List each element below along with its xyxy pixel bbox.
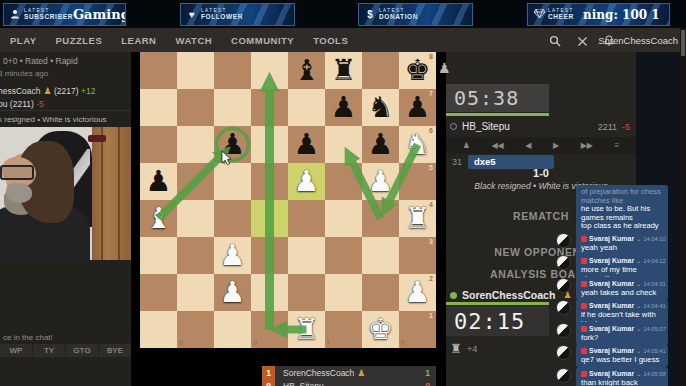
square-f4[interactable] [325,200,362,237]
player-row: SorenChessCoach ♟ [450,289,571,301]
nav-item-community[interactable]: COMMUNITY [231,35,294,46]
square-c3[interactable]: ♟ [214,237,251,274]
square-b3[interactable] [177,237,214,274]
chat-prompt-text: ce in the chat! [3,333,53,342]
nav-menu: PLAYPUZZLESLEARNWATCHCOMMUNITYTOOLS [10,28,348,52]
chat-text: than knight back [581,378,663,386]
square-b8[interactable] [177,52,214,89]
webcam-cabinet [92,127,131,260]
file-label-d: d [253,339,257,346]
square-a3[interactable] [140,237,177,274]
chat-message: Svaraj Kumar⌄14:05:07fork? [576,322,668,345]
file-label-a: a [142,339,146,346]
black-rook-captured-icon: ♜ [450,341,462,356]
last-move-icon[interactable]: ▶▶ [581,141,593,150]
game-meta: 0+0 • Rated • Rapid [3,56,78,66]
square-g6[interactable]: ♟ [362,126,399,163]
chat-avatar[interactable] [556,368,571,383]
latest-donation-label: LATEST DONATION [379,9,418,20]
score-value: 0 [425,381,430,386]
rank-label-2: 2 [429,275,433,282]
chat-timestamp: 14:05:41 [643,348,666,354]
file-label-c: c [216,339,220,346]
square-g7[interactable]: ♞ [362,89,399,126]
offline-dot-icon [450,123,457,130]
white-bishop-a4[interactable]: ♝ [140,200,177,237]
stream-banner: LATEST SUBSCRIBER Gaming ♥ LATEST FOLLOW… [0,0,686,28]
square-b7[interactable] [177,89,214,126]
player-name-underline [446,302,549,305]
match-score-bar: 1SorenChessCoach♟10HB_Sitepu0 [262,366,436,386]
black-pawn-g6[interactable]: ♟ [362,126,399,163]
opponent-row: HB_Sitepu 2211 -5 [450,121,632,132]
square-d5[interactable] [251,163,288,200]
chat-text: fork? [581,333,663,342]
white-pawn-e5[interactable]: ♟ [288,163,325,200]
square-f6[interactable] [325,126,362,163]
chat-avatar[interactable] [556,278,571,293]
chevron-down-icon[interactable]: ⌄ [636,235,641,242]
latest-subscriber-label: LATEST SUBSCRIBER [24,9,73,20]
board-grid[interactable]: ♝♜♚♟♞♟♟♟♟♞♟♟♟♝♜♟♟♟♜♚ [140,52,436,348]
chat-username[interactable]: Svaraj Kumar [589,370,634,377]
rank-label-4: 4 [429,201,433,208]
first-move-icon[interactable]: ◀◀ [491,141,503,150]
mod-badge-icon [581,326,587,332]
square-g2[interactable] [362,274,399,311]
black-rook-f8[interactable]: ♜ [325,52,362,89]
chat-username[interactable]: Svaraj Kumar [589,257,634,264]
square-g3[interactable] [362,237,399,274]
square-f7[interactable]: ♟ [325,89,362,126]
latest-donation-panel: $ LATEST DONATION [358,3,473,26]
rank-label-3: 3 [429,238,433,245]
stream-screen: LATEST SUBSCRIBER Gaming ♥ LATEST FOLLOW… [0,0,686,386]
chat-avatar[interactable] [556,233,571,248]
search-icon[interactable] [549,33,563,47]
scrollbar-thumb[interactable] [681,30,685,56]
file-label-e: e [290,339,294,346]
score-player-name: HB_Sitepu [283,381,425,386]
square-g4[interactable] [362,200,399,237]
title-pawn-icon: ♟ [44,86,52,96]
chat-username[interactable]: Svaraj Kumar [589,302,634,309]
webcam-feed [0,127,131,260]
nav-item-puzzles[interactable]: PUZZLES [55,35,102,46]
square-d8[interactable] [251,52,288,89]
square-c2[interactable]: ♟ [214,274,251,311]
file-label-g: g [364,339,368,346]
title-pawn-icon: ♟ [357,368,365,378]
mod-badge-icon [581,303,587,309]
square-e5[interactable]: ♟ [288,163,325,200]
nav-username[interactable]: SorenChessCoach [598,35,678,46]
black-pawn-f7[interactable]: ♟ [325,89,362,126]
chat-text: yeah takes and check [581,288,663,297]
opponent-clock: 05:38 [446,84,549,112]
opponent-clock-bar [446,113,549,116]
divider [0,110,131,111]
heart-icon: ♥ [185,9,199,20]
quick-chat-buttons: WPTYGTGBYE [0,344,131,357]
next-move-icon[interactable]: ▶ [553,141,559,150]
mod-badge-icon [581,281,587,287]
square-e8[interactable]: ♝ [288,52,325,89]
square-f5[interactable] [325,163,362,200]
square-e4[interactable] [288,200,325,237]
square-f3[interactable] [325,237,362,274]
score-player-name: SorenChessCoach♟ [283,368,425,378]
gem-icon [532,9,546,20]
file-label-b: b [179,339,183,346]
score-badge: 0 [262,379,275,386]
close-icon[interactable] [577,33,591,47]
square-e3[interactable] [288,237,325,274]
game-time-ago: 3 minutes ago [0,69,48,78]
mod-badge-icon [581,371,587,377]
black-bishop-e8[interactable]: ♝ [288,52,325,89]
chat-message: Svaraj Kumar⌄14:04:10yeah yeah [576,232,668,255]
chevron-down-icon[interactable]: ⌄ [636,302,641,309]
latest-cheer-panel: LATEST CHEER ning: 100 1 [527,3,670,26]
latest-subscriber-value: Gaming [73,7,126,22]
white-pawn-g5[interactable]: ♟ [362,163,399,200]
square-e6[interactable]: ♟ [288,126,325,163]
chevron-down-icon[interactable]: ⌄ [636,370,641,377]
score-row: 1SorenChessCoach♟1 [262,366,436,379]
player-clock: 02:15 [446,306,549,336]
square-f2[interactable] [325,274,362,311]
scrollbar-track[interactable] [680,28,686,386]
rank-label-8: 8 [429,53,433,60]
black-knight-g7[interactable]: ♞ [362,89,399,126]
square-d6[interactable] [251,126,288,163]
move-controls: ♟◀◀◀▶▶▶≡ [446,137,636,154]
nav-item-watch[interactable]: WATCH [175,35,212,46]
chat-username[interactable]: Svaraj Kumar [589,280,634,287]
black-pawn-e6[interactable]: ♟ [288,126,325,163]
white-pawn-captured-icon: ♟ [438,60,451,76]
white-pawn-c2[interactable]: ♟ [214,274,251,311]
opponent-name[interactable]: HB_Sitepu [462,121,510,132]
chevron-down-icon[interactable]: ⌄ [636,325,641,332]
nav-item-learn[interactable]: LEARN [121,35,156,46]
score-row: 0HB_Sitepu0 [262,379,436,386]
quick-chat-ty[interactable]: TY [33,344,65,357]
square-a7[interactable] [140,89,177,126]
square-b5[interactable] [177,163,214,200]
chess-board[interactable]: ♝♜♚♟♞♟♟♟♟♞♟♟♟♝♜♟♟♟♜♚ abcdefgh87654321 [140,52,436,348]
chevron-down-icon[interactable]: ⌄ [636,347,641,354]
square-a8[interactable] [140,52,177,89]
square-b6[interactable] [177,126,214,163]
flip-board-icon[interactable]: ♟ [463,141,470,150]
rank-label-5: 5 [429,164,433,171]
chat-timestamp: 14:05:07 [643,326,666,332]
black-pawn-c6[interactable]: ♟ [214,126,251,163]
quick-chat-bye[interactable]: BYE [99,344,131,357]
square-f8[interactable]: ♜ [325,52,362,89]
square-a4[interactable]: ♝ [140,200,177,237]
square-a5[interactable]: ♟ [140,163,177,200]
square-b4[interactable] [177,200,214,237]
rank-label-6: 6 [429,127,433,134]
chat-timestamp: 14:04:41 [643,303,666,309]
chevron-down-icon[interactable]: ⌄ [636,280,641,287]
square-c7[interactable] [214,89,251,126]
score-value: 1 [425,368,430,378]
menu-icon[interactable]: ≡ [615,141,620,150]
mod-badge-icon [581,258,587,264]
rank-label-1: 1 [429,312,433,319]
chat-username[interactable]: Svaraj Kumar [589,347,634,354]
square-c8[interactable] [214,52,251,89]
black-pawn-a5[interactable]: ♟ [140,163,177,200]
square-g5[interactable]: ♟ [362,163,399,200]
file-label-h: h [401,339,405,346]
latest-cheer-label: LATEST CHEER [548,9,574,20]
result-line: k resigned • White is victorious [0,115,107,124]
prev-move-icon[interactable]: ◀ [525,141,531,150]
latest-follower-panel: ♥ LATEST FOLLOWER [180,3,295,26]
chat-username[interactable]: Svaraj Kumar [589,235,634,242]
rank-label-7: 7 [429,90,433,97]
chevron-down-icon[interactable]: ⌄ [636,257,641,264]
square-f1[interactable] [325,311,362,348]
quick-chat-wp[interactable]: WP [0,344,32,357]
opponent-rating-delta: -5 [622,122,630,132]
white-pawn-c3[interactable]: ♟ [214,237,251,274]
latest-cheer-value: ning: 100 1 [574,8,669,22]
material-advantage: +4 [467,344,477,354]
mod-badge-icon [581,348,587,354]
square-g8[interactable] [362,52,399,89]
latest-subscriber-panel: LATEST SUBSCRIBER Gaming [3,3,126,26]
black-player-line: pu (2211) -5 [0,99,44,109]
chat-avatar[interactable] [556,345,571,360]
chat-timestamp: 14:04:12 [643,258,666,264]
player-name[interactable]: SorenChessCoach [462,289,555,301]
square-a6[interactable] [140,126,177,163]
opponent-rating: 2211 [598,122,617,132]
square-c6[interactable]: ♟ [214,126,251,163]
chat-avatar[interactable] [556,323,571,338]
latest-follower-label: LATEST FOLLOWER [201,9,243,20]
chat-username[interactable]: Svaraj Kumar [589,325,634,332]
square-c4[interactable] [214,200,251,237]
white-player-line: hessCoach♟ (2217) +12 [0,86,95,96]
chat-timestamp: 14:04:10 [643,236,666,242]
online-dot-icon [450,292,457,299]
square-b2[interactable] [177,274,214,311]
chat-text: qe7 was better I guess [581,355,663,364]
chat-avatar[interactable] [556,300,571,315]
file-label-f: f [327,339,329,346]
dollar-icon: $ [363,9,377,20]
nav-item-tools[interactable]: TOOLS [313,35,348,46]
chat-avatar[interactable] [556,255,571,270]
move-number: 31 [452,157,462,167]
chat-message: Svaraj Kumar⌄14:05:41qe7 was better I gu… [576,344,668,367]
game-score: 1-0 [446,167,636,179]
square-a2[interactable] [140,274,177,311]
square-d2[interactable] [251,274,288,311]
nav-item-play[interactable]: PLAY [10,35,36,46]
chat-timestamp: 14:04:31 [643,281,666,287]
webcam-person-glasses [0,165,34,180]
chat-message: Svaraj Kumar⌄14:04:31yeah takes and chec… [576,277,668,300]
quick-chat-gtg[interactable]: GTG [66,344,98,357]
square-d4[interactable] [251,200,288,237]
square-d3[interactable] [251,237,288,274]
square-e7[interactable] [288,89,325,126]
square-d7[interactable] [251,89,288,126]
chat-text: yeah yeah [581,243,663,252]
square-c5[interactable] [214,163,251,200]
chat-message: Svaraj Kumar⌄14:05:58than knight back [576,367,668,386]
site-nav: PLAYPUZZLESLEARNWATCHCOMMUNITYTOOLS Sore… [0,28,686,52]
square-e2[interactable] [288,274,325,311]
mod-badge-icon [581,236,587,242]
chat-timestamp: 14:05:58 [643,371,666,377]
person-icon [8,9,22,21]
score-badge: 1 [262,366,275,379]
